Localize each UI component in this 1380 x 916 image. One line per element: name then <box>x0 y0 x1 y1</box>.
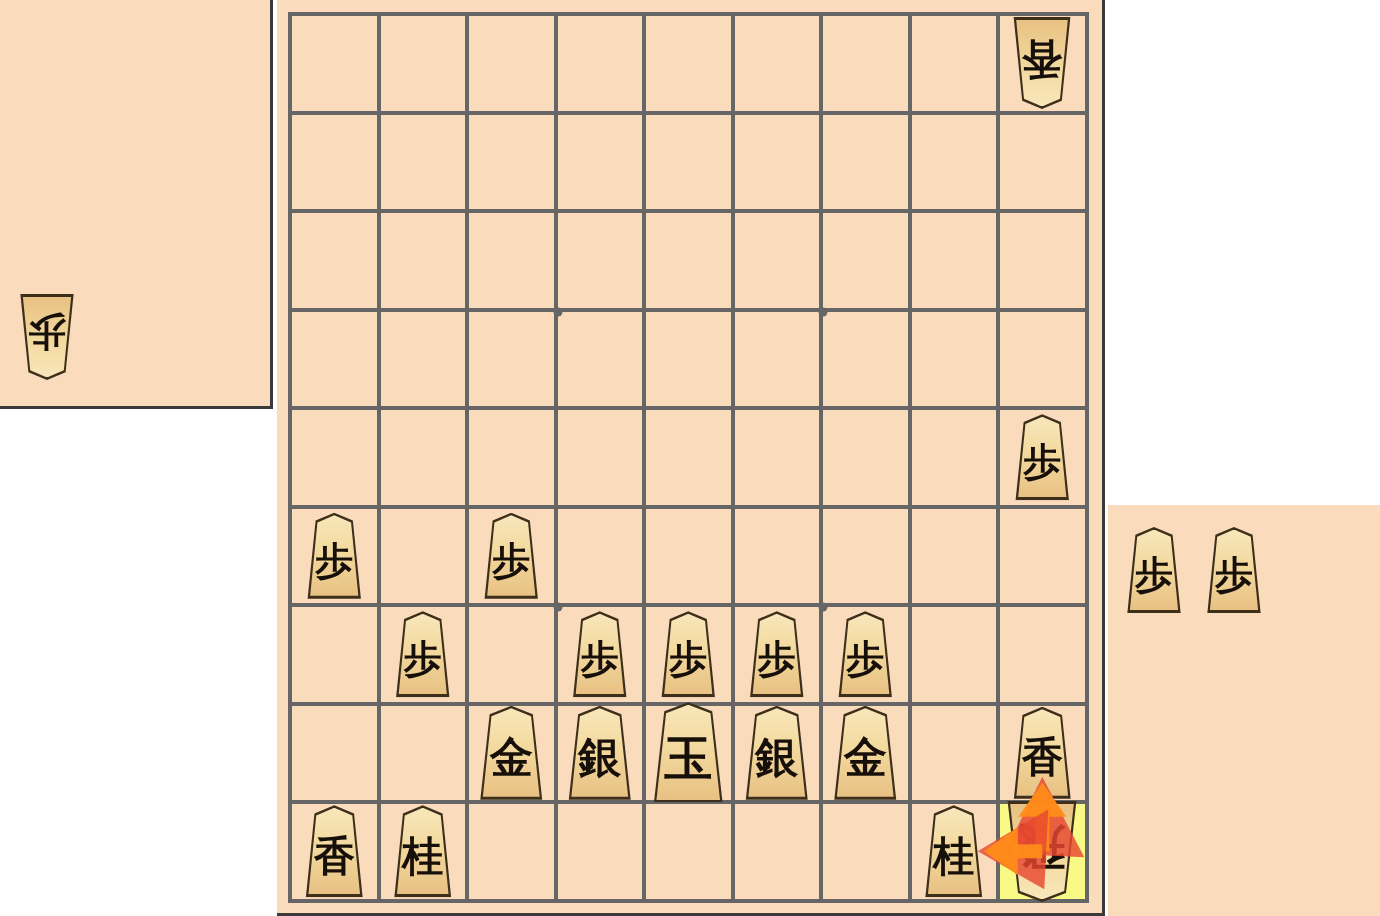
board-piece-p-sente[interactable]: 歩 <box>657 611 719 697</box>
board-piece-k-sente[interactable]: 玉 <box>648 702 728 803</box>
square-6f[interactable] <box>556 507 645 606</box>
piece-kanji: 銀 <box>578 736 621 779</box>
piece-face: 玉 <box>651 705 725 801</box>
piece-face: 桂 <box>393 808 453 895</box>
square-5g[interactable]: 歩 <box>644 605 733 704</box>
board-piece-p-sente[interactable]: 歩 <box>1011 414 1073 500</box>
piece-face: 歩 <box>19 297 75 378</box>
square-5c[interactable] <box>644 211 733 310</box>
square-9c[interactable] <box>290 211 379 310</box>
square-5f[interactable] <box>644 507 733 606</box>
square-4h[interactable]: 銀 <box>733 704 822 803</box>
piece-face: 歩 <box>395 614 451 695</box>
piece-kanji: 金 <box>490 736 533 779</box>
square-2f[interactable] <box>910 507 999 606</box>
piece-face: 桂 <box>924 808 984 895</box>
hand-piece-p-gote[interactable]: 歩 <box>16 294 78 380</box>
square-9h[interactable] <box>290 704 379 803</box>
board-piece-p-sente[interactable]: 歩 <box>480 513 542 599</box>
piece-kanji: 歩 <box>758 640 796 678</box>
board-piece-r-gote[interactable]: 飛 <box>1002 801 1082 902</box>
piece-kanji: 玉 <box>664 734 712 782</box>
square-5i[interactable] <box>644 802 733 901</box>
square-6c[interactable] <box>556 211 645 310</box>
piece-kanji: 歩 <box>1215 556 1253 594</box>
square-2c[interactable] <box>910 211 999 310</box>
piece-kanji: 歩 <box>492 542 530 580</box>
square-8b[interactable] <box>379 113 468 212</box>
board-piece-n-sente[interactable]: 桂 <box>921 805 987 897</box>
square-7d[interactable] <box>467 310 556 409</box>
square-9d[interactable] <box>290 310 379 409</box>
piece-face: 金 <box>478 708 544 797</box>
square-2h[interactable] <box>910 704 999 803</box>
piece-face: 歩 <box>749 614 805 695</box>
square-7h[interactable]: 金 <box>467 704 556 803</box>
piece-kanji: 歩 <box>315 542 353 580</box>
piece-face: 香 <box>304 808 364 895</box>
piece-kanji: 歩 <box>404 640 442 678</box>
square-6i[interactable] <box>556 802 645 901</box>
piece-face: 歩 <box>1014 417 1070 498</box>
square-7i[interactable] <box>467 802 556 901</box>
square-6a[interactable] <box>556 14 645 113</box>
square-5e[interactable] <box>644 408 733 507</box>
board-piece-p-sente[interactable]: 歩 <box>569 611 631 697</box>
square-7b[interactable] <box>467 113 556 212</box>
square-4g[interactable]: 歩 <box>733 605 822 704</box>
board-piece-l-sente[interactable]: 香 <box>301 805 367 897</box>
square-6h[interactable]: 銀 <box>556 704 645 803</box>
piece-face: 歩 <box>572 614 628 695</box>
piece-kanji: 歩 <box>1023 443 1061 481</box>
square-4d[interactable] <box>733 310 822 409</box>
square-9b[interactable] <box>290 113 379 212</box>
piece-kanji: 桂 <box>933 836 974 877</box>
square-1f[interactable] <box>998 507 1087 606</box>
board-piece-p-sente[interactable]: 歩 <box>392 611 454 697</box>
hand-piece-p-sente[interactable]: 歩 <box>1123 527 1185 613</box>
piece-face: 歩 <box>837 614 893 695</box>
square-7f[interactable]: 歩 <box>467 507 556 606</box>
square-4c[interactable] <box>733 211 822 310</box>
square-1g[interactable] <box>998 605 1087 704</box>
square-3g[interactable]: 歩 <box>821 605 910 704</box>
square-8d[interactable] <box>379 310 468 409</box>
square-3i[interactable] <box>821 802 910 901</box>
square-4e[interactable] <box>733 408 822 507</box>
square-1i[interactable]: 飛 <box>998 802 1087 901</box>
square-5d[interactable] <box>644 310 733 409</box>
square-8a[interactable] <box>379 14 468 113</box>
hand-piece-p-sente[interactable]: 歩 <box>1203 527 1265 613</box>
piece-kanji: 飛 <box>1018 823 1066 871</box>
square-2a[interactable] <box>910 14 999 113</box>
square-8e[interactable] <box>379 408 468 507</box>
square-6b[interactable] <box>556 113 645 212</box>
board-piece-p-sente[interactable]: 歩 <box>303 513 365 599</box>
piece-kanji: 香 <box>1022 38 1063 79</box>
square-1a[interactable]: 香 <box>998 14 1087 113</box>
piece-face: 金 <box>832 708 898 797</box>
piece-face: 香 <box>1012 20 1072 107</box>
square-4i[interactable] <box>733 802 822 901</box>
square-6g[interactable]: 歩 <box>556 605 645 704</box>
piece-kanji: 歩 <box>28 313 66 351</box>
square-9i[interactable]: 香 <box>290 802 379 901</box>
square-1b[interactable] <box>998 113 1087 212</box>
square-2d[interactable] <box>910 310 999 409</box>
board-piece-s-sente[interactable]: 銀 <box>564 706 636 800</box>
board-panel: 香歩歩歩歩歩歩歩歩金銀玉銀金香香桂桂飛 <box>277 0 1105 916</box>
shogi-board: 香歩歩歩歩歩歩歩歩金銀玉銀金香香桂桂飛 <box>288 12 1089 903</box>
square-3b[interactable] <box>821 113 910 212</box>
square-5a[interactable] <box>644 14 733 113</box>
board-piece-p-sente[interactable]: 歩 <box>746 611 808 697</box>
square-4f[interactable] <box>733 507 822 606</box>
square-9a[interactable] <box>290 14 379 113</box>
square-6d[interactable] <box>556 310 645 409</box>
square-2g[interactable] <box>910 605 999 704</box>
square-5h[interactable]: 玉 <box>644 704 733 803</box>
board-piece-l-sente[interactable]: 香 <box>1009 707 1075 799</box>
square-7a[interactable] <box>467 14 556 113</box>
board-piece-l-gote[interactable]: 香 <box>1009 17 1075 109</box>
square-3a[interactable] <box>821 14 910 113</box>
piece-kanji: 歩 <box>846 640 884 678</box>
square-2i[interactable]: 桂 <box>910 802 999 901</box>
square-8g[interactable]: 歩 <box>379 605 468 704</box>
board-piece-g-sente[interactable]: 金 <box>829 706 901 800</box>
square-1h[interactable]: 香 <box>998 704 1087 803</box>
piece-face: 銀 <box>744 708 810 797</box>
square-5b[interactable] <box>644 113 733 212</box>
square-1e[interactable]: 歩 <box>998 408 1087 507</box>
square-7e[interactable] <box>467 408 556 507</box>
square-9e[interactable] <box>290 408 379 507</box>
square-8i[interactable]: 桂 <box>379 802 468 901</box>
square-8c[interactable] <box>379 211 468 310</box>
square-4a[interactable] <box>733 14 822 113</box>
square-3h[interactable]: 金 <box>821 704 910 803</box>
square-2e[interactable] <box>910 408 999 507</box>
piece-kanji: 香 <box>314 836 355 877</box>
piece-face: 歩 <box>660 614 716 695</box>
gote-hand-tray: 歩 <box>0 0 273 409</box>
board-piece-p-sente[interactable]: 歩 <box>834 611 896 697</box>
piece-kanji: 歩 <box>1135 556 1173 594</box>
square-7c[interactable] <box>467 211 556 310</box>
piece-face: 歩 <box>306 515 362 596</box>
piece-face: 歩 <box>1206 530 1262 611</box>
board-piece-n-sente[interactable]: 桂 <box>390 805 456 897</box>
piece-kanji: 香 <box>1022 737 1063 778</box>
sente-hand-tray: 歩歩 <box>1108 505 1380 916</box>
square-6e[interactable] <box>556 408 645 507</box>
piece-face: 飛 <box>1005 804 1079 900</box>
square-9f[interactable]: 歩 <box>290 507 379 606</box>
square-8f[interactable] <box>379 507 468 606</box>
square-2b[interactable] <box>910 113 999 212</box>
piece-face: 銀 <box>567 708 633 797</box>
piece-face: 歩 <box>1126 530 1182 611</box>
square-8h[interactable] <box>379 704 468 803</box>
square-9g[interactable] <box>290 605 379 704</box>
square-3d[interactable] <box>821 310 910 409</box>
piece-kanji: 桂 <box>402 836 443 877</box>
square-3e[interactable] <box>821 408 910 507</box>
square-1c[interactable] <box>998 211 1087 310</box>
piece-kanji: 歩 <box>581 640 619 678</box>
square-3c[interactable] <box>821 211 910 310</box>
square-7g[interactable] <box>467 605 556 704</box>
square-1d[interactable] <box>998 310 1087 409</box>
square-3f[interactable] <box>821 507 910 606</box>
square-4b[interactable] <box>733 113 822 212</box>
board-piece-g-sente[interactable]: 金 <box>475 706 547 800</box>
piece-face: 香 <box>1012 709 1072 796</box>
piece-kanji: 歩 <box>669 640 707 678</box>
piece-kanji: 銀 <box>755 736 798 779</box>
piece-face: 歩 <box>483 515 539 596</box>
board-piece-s-sente[interactable]: 銀 <box>741 706 813 800</box>
piece-kanji: 金 <box>844 736 887 779</box>
